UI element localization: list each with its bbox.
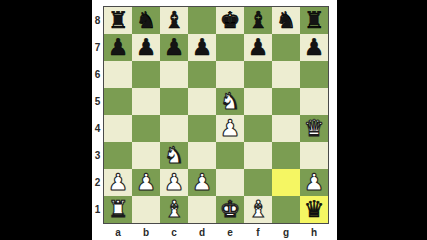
file-label-e: e xyxy=(216,225,244,239)
square-c7[interactable]: ♟ xyxy=(160,34,188,61)
square-g3[interactable] xyxy=(272,142,300,169)
square-e1[interactable]: ♚ xyxy=(216,196,244,223)
square-f6[interactable] xyxy=(244,61,272,88)
chessboard-panel: 87654321 ♜♞♝♚♝♞♜♟♟♟♟♟♟♞♟♛♞♟♟♟♟♟♜♝♚♝♛ abc… xyxy=(92,0,337,240)
square-f7[interactable]: ♟ xyxy=(244,34,272,61)
square-a2[interactable]: ♟ xyxy=(104,169,132,196)
square-h2[interactable]: ♟ xyxy=(300,169,328,196)
white-bishop: ♝ xyxy=(164,196,185,223)
file-label-g: g xyxy=(272,225,300,239)
square-d3[interactable] xyxy=(188,142,216,169)
file-labels: abcdefgh xyxy=(104,225,328,239)
black-bishop: ♝ xyxy=(248,7,269,34)
square-g4[interactable] xyxy=(272,115,300,142)
square-f5[interactable] xyxy=(244,88,272,115)
square-e5[interactable]: ♞ xyxy=(216,88,244,115)
square-a1[interactable]: ♜ xyxy=(104,196,132,223)
square-h8[interactable]: ♜ xyxy=(300,7,328,34)
square-c8[interactable]: ♝ xyxy=(160,7,188,34)
square-e3[interactable] xyxy=(216,142,244,169)
square-d1[interactable] xyxy=(188,196,216,223)
rank-label-1: 1 xyxy=(92,196,103,223)
file-label-f: f xyxy=(244,225,272,239)
square-a6[interactable] xyxy=(104,61,132,88)
square-b5[interactable] xyxy=(132,88,160,115)
video-frame: 87654321 ♜♞♝♚♝♞♜♟♟♟♟♟♟♞♟♛♞♟♟♟♟♟♜♝♚♝♛ abc… xyxy=(0,0,427,240)
square-e4[interactable]: ♟ xyxy=(216,115,244,142)
white-bishop: ♝ xyxy=(248,196,269,223)
square-c6[interactable] xyxy=(160,61,188,88)
square-c4[interactable] xyxy=(160,115,188,142)
white-pawn: ♟ xyxy=(192,169,213,196)
square-c2[interactable]: ♟ xyxy=(160,169,188,196)
file-label-a: a xyxy=(104,225,132,239)
square-g2[interactable] xyxy=(272,169,300,196)
black-king: ♚ xyxy=(220,7,241,34)
square-a8[interactable]: ♜ xyxy=(104,7,132,34)
square-f8[interactable]: ♝ xyxy=(244,7,272,34)
white-pawn: ♟ xyxy=(220,115,241,142)
white-king: ♚ xyxy=(220,196,241,223)
square-f1[interactable]: ♝ xyxy=(244,196,272,223)
square-b8[interactable]: ♞ xyxy=(132,7,160,34)
square-g8[interactable]: ♞ xyxy=(272,7,300,34)
square-b4[interactable] xyxy=(132,115,160,142)
black-pawn: ♟ xyxy=(248,34,269,61)
square-h4[interactable]: ♛ xyxy=(300,115,328,142)
square-b1[interactable] xyxy=(132,196,160,223)
square-b6[interactable] xyxy=(132,61,160,88)
chessboard: ♜♞♝♚♝♞♜♟♟♟♟♟♟♞♟♛♞♟♟♟♟♟♜♝♚♝♛ xyxy=(103,6,329,224)
square-c1[interactable]: ♝ xyxy=(160,196,188,223)
square-d5[interactable] xyxy=(188,88,216,115)
black-pawn: ♟ xyxy=(108,34,129,61)
square-h3[interactable] xyxy=(300,142,328,169)
square-c5[interactable] xyxy=(160,88,188,115)
square-h6[interactable] xyxy=(300,61,328,88)
square-a3[interactable] xyxy=(104,142,132,169)
white-knight: ♞ xyxy=(164,142,185,169)
square-f3[interactable] xyxy=(244,142,272,169)
square-f2[interactable] xyxy=(244,169,272,196)
black-pawn: ♟ xyxy=(164,34,185,61)
white-pawn: ♟ xyxy=(136,169,157,196)
black-rook: ♜ xyxy=(304,7,325,34)
square-f4[interactable] xyxy=(244,115,272,142)
square-d4[interactable] xyxy=(188,115,216,142)
square-d7[interactable]: ♟ xyxy=(188,34,216,61)
black-knight: ♞ xyxy=(276,7,297,34)
square-g6[interactable] xyxy=(272,61,300,88)
white-knight: ♞ xyxy=(220,88,241,115)
square-b3[interactable] xyxy=(132,142,160,169)
square-g7[interactable] xyxy=(272,34,300,61)
rank-label-7: 7 xyxy=(92,34,103,61)
black-pawn: ♟ xyxy=(136,34,157,61)
square-h1[interactable]: ♛ xyxy=(300,196,328,223)
white-pawn: ♟ xyxy=(164,169,185,196)
square-h5[interactable] xyxy=(300,88,328,115)
rank-label-8: 8 xyxy=(92,7,103,34)
white-pawn: ♟ xyxy=(304,169,325,196)
rank-labels: 87654321 xyxy=(92,7,103,223)
white-rook: ♜ xyxy=(108,196,129,223)
square-h7[interactable]: ♟ xyxy=(300,34,328,61)
square-e2[interactable] xyxy=(216,169,244,196)
rank-label-6: 6 xyxy=(92,61,103,88)
rank-label-4: 4 xyxy=(92,115,103,142)
rank-label-2: 2 xyxy=(92,169,103,196)
square-c3[interactable]: ♞ xyxy=(160,142,188,169)
black-knight: ♞ xyxy=(136,7,157,34)
rank-label-3: 3 xyxy=(92,142,103,169)
square-a5[interactable] xyxy=(104,88,132,115)
square-d6[interactable] xyxy=(188,61,216,88)
black-pawn: ♟ xyxy=(192,34,213,61)
file-label-c: c xyxy=(160,225,188,239)
square-g1[interactable] xyxy=(272,196,300,223)
square-e8[interactable]: ♚ xyxy=(216,7,244,34)
square-a7[interactable]: ♟ xyxy=(104,34,132,61)
square-e6[interactable] xyxy=(216,61,244,88)
square-e7[interactable] xyxy=(216,34,244,61)
file-label-b: b xyxy=(132,225,160,239)
black-rook: ♜ xyxy=(108,7,129,34)
white-queen: ♛ xyxy=(304,115,325,142)
white-pawn: ♟ xyxy=(108,169,129,196)
rank-label-5: 5 xyxy=(92,88,103,115)
square-a4[interactable] xyxy=(104,115,132,142)
square-d2[interactable]: ♟ xyxy=(188,169,216,196)
square-b2[interactable]: ♟ xyxy=(132,169,160,196)
square-b7[interactable]: ♟ xyxy=(132,34,160,61)
file-label-h: h xyxy=(300,225,328,239)
file-label-d: d xyxy=(188,225,216,239)
black-pawn: ♟ xyxy=(304,34,325,61)
square-d8[interactable] xyxy=(188,7,216,34)
black-bishop: ♝ xyxy=(164,7,185,34)
square-g5[interactable] xyxy=(272,88,300,115)
black-queen: ♛ xyxy=(304,196,325,223)
